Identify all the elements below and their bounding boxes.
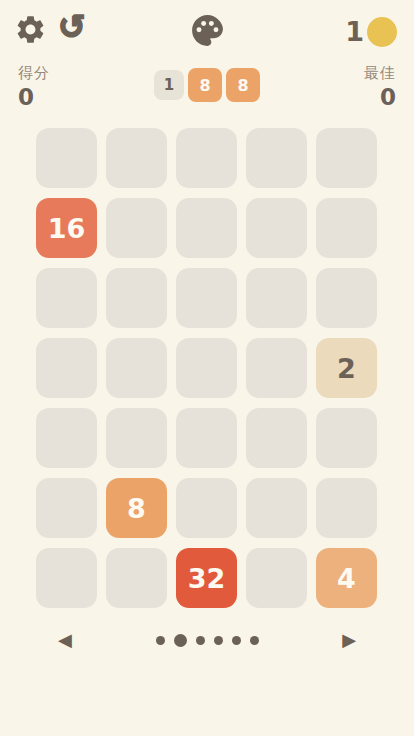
board-cell-empty <box>106 268 167 328</box>
tile-32[interactable]: 32 <box>176 548 237 608</box>
best-panel: 最佳 0 <box>364 64 396 110</box>
best-label: 最佳 <box>364 64 396 83</box>
palette-icon <box>189 12 226 49</box>
game-screen: ↺ 1 得分 0 1 8 8 最佳 0 1628324 ◀ <box>0 0 414 736</box>
board-cell-empty <box>316 268 377 328</box>
best-value: 0 <box>364 84 396 110</box>
board-cell-empty <box>36 268 97 328</box>
board-cell-empty <box>176 128 237 188</box>
board-cell-empty <box>36 338 97 398</box>
undo-icon: ↺ <box>58 7 86 46</box>
settings-button[interactable] <box>14 13 47 46</box>
tile-16[interactable]: 16 <box>36 198 97 258</box>
board-cell-empty <box>176 338 237 398</box>
board-cell-empty <box>176 198 237 258</box>
board-cell-empty <box>316 408 377 468</box>
pager-dot[interactable] <box>250 636 259 645</box>
board-cell-empty <box>316 128 377 188</box>
board-cell-empty <box>176 408 237 468</box>
board-cell-empty <box>106 128 167 188</box>
pager-dot[interactable] <box>196 636 205 645</box>
gear-icon <box>14 13 47 46</box>
pager-dot[interactable] <box>232 636 241 645</box>
board-cell-empty <box>176 268 237 328</box>
theme-button[interactable] <box>189 12 226 49</box>
pager-dot[interactable] <box>156 636 165 645</box>
board-cell-empty <box>36 548 97 608</box>
board-cell-empty <box>316 198 377 258</box>
board-cell-empty <box>106 338 167 398</box>
tile-2[interactable]: 2 <box>316 338 377 398</box>
pager-dot[interactable] <box>214 636 223 645</box>
pager-dot-active[interactable] <box>174 634 187 647</box>
board-cell-empty <box>36 478 97 538</box>
board-cell-empty <box>246 268 307 328</box>
board-cell-empty <box>246 198 307 258</box>
board-cell-empty <box>246 128 307 188</box>
board[interactable]: 1628324 <box>36 128 377 608</box>
coin-count: 1 <box>345 14 364 50</box>
board-cell-empty <box>316 478 377 538</box>
board-cell-empty <box>246 478 307 538</box>
queue-tile: 8 <box>226 68 260 102</box>
upcoming-tile-queue: 1 8 8 <box>0 67 414 103</box>
right-arrow-icon: ▶ <box>342 629 356 650</box>
board-cell-empty <box>246 548 307 608</box>
coin-counter[interactable]: 1 <box>345 14 397 50</box>
board-cell-empty <box>36 128 97 188</box>
board-cell-empty <box>36 408 97 468</box>
board-cell-empty <box>246 408 307 468</box>
queue-tile: 1 <box>154 70 184 100</box>
restart-button[interactable]: ↺ <box>58 7 86 47</box>
board-cell-empty <box>106 408 167 468</box>
board-cell-empty <box>106 548 167 608</box>
queue-tile: 8 <box>188 68 222 102</box>
board-cell-empty <box>246 338 307 398</box>
board-cell-empty <box>106 198 167 258</box>
next-board-arrow[interactable]: ▶ <box>342 628 356 652</box>
tile-8[interactable]: 8 <box>106 478 167 538</box>
coin-icon <box>367 17 397 47</box>
tile-4[interactable]: 4 <box>316 548 377 608</box>
board-cell-empty <box>176 478 237 538</box>
